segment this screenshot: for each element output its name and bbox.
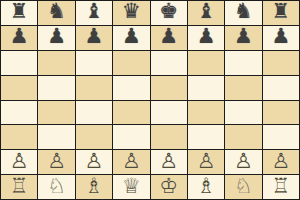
white-pawn[interactable]: ♙: [122, 151, 141, 172]
square-f7[interactable]: ♟: [188, 26, 224, 50]
square-h1[interactable]: ♖: [263, 175, 299, 199]
square-b5[interactable]: [38, 76, 74, 100]
square-h8[interactable]: ♜: [263, 1, 299, 25]
square-d1[interactable]: ♕: [113, 175, 149, 199]
square-a6[interactable]: [1, 51, 37, 75]
square-a1[interactable]: ♖: [1, 175, 37, 199]
white-bishop[interactable]: ♗: [85, 176, 104, 197]
square-h6[interactable]: [263, 51, 299, 75]
square-h5[interactable]: [263, 76, 299, 100]
square-f4[interactable]: [188, 101, 224, 125]
square-e6[interactable]: [151, 51, 187, 75]
square-c5[interactable]: [76, 76, 112, 100]
square-d8[interactable]: ♛: [113, 1, 149, 25]
square-a7[interactable]: ♟: [1, 26, 37, 50]
white-pawn[interactable]: ♙: [47, 151, 66, 172]
square-d3[interactable]: [113, 125, 149, 149]
square-c8[interactable]: ♝: [76, 1, 112, 25]
square-c7[interactable]: ♟: [76, 26, 112, 50]
white-queen[interactable]: ♕: [122, 176, 141, 197]
white-pawn[interactable]: ♙: [85, 151, 104, 172]
white-bishop[interactable]: ♗: [197, 176, 216, 197]
square-a3[interactable]: [1, 125, 37, 149]
white-rook[interactable]: ♖: [10, 176, 29, 197]
square-g5[interactable]: [225, 76, 261, 100]
black-rook[interactable]: ♜: [271, 1, 290, 22]
black-bishop[interactable]: ♝: [85, 1, 104, 22]
square-e7[interactable]: ♟: [151, 26, 187, 50]
square-h3[interactable]: [263, 125, 299, 149]
white-pawn[interactable]: ♙: [10, 151, 29, 172]
black-knight[interactable]: ♞: [234, 1, 253, 22]
square-g6[interactable]: [225, 51, 261, 75]
black-pawn[interactable]: ♟: [85, 26, 104, 47]
black-knight[interactable]: ♞: [47, 1, 66, 22]
square-b1[interactable]: ♘: [38, 175, 74, 199]
square-b2[interactable]: ♙: [38, 150, 74, 174]
square-b8[interactable]: ♞: [38, 1, 74, 25]
square-g7[interactable]: ♟: [225, 26, 261, 50]
square-g2[interactable]: ♙: [225, 150, 261, 174]
square-d5[interactable]: [113, 76, 149, 100]
square-e4[interactable]: [151, 101, 187, 125]
square-e2[interactable]: ♙: [151, 150, 187, 174]
square-h7[interactable]: ♟: [263, 26, 299, 50]
black-pawn[interactable]: ♟: [197, 26, 216, 47]
black-pawn[interactable]: ♟: [10, 26, 29, 47]
white-knight[interactable]: ♘: [234, 176, 253, 197]
square-e5[interactable]: [151, 76, 187, 100]
square-d6[interactable]: [113, 51, 149, 75]
square-g1[interactable]: ♘: [225, 175, 261, 199]
square-c1[interactable]: ♗: [76, 175, 112, 199]
white-pawn[interactable]: ♙: [197, 151, 216, 172]
black-king[interactable]: ♚: [159, 1, 178, 22]
square-f1[interactable]: ♗: [188, 175, 224, 199]
square-d2[interactable]: ♙: [113, 150, 149, 174]
black-rook[interactable]: ♜: [10, 1, 29, 22]
white-pawn[interactable]: ♙: [159, 151, 178, 172]
square-g3[interactable]: [225, 125, 261, 149]
white-knight[interactable]: ♘: [47, 176, 66, 197]
square-c6[interactable]: [76, 51, 112, 75]
square-h4[interactable]: [263, 101, 299, 125]
square-b3[interactable]: [38, 125, 74, 149]
black-queen[interactable]: ♛: [122, 1, 141, 22]
square-d4[interactable]: [113, 101, 149, 125]
square-c4[interactable]: [76, 101, 112, 125]
square-e1[interactable]: ♔: [151, 175, 187, 199]
square-a5[interactable]: [1, 76, 37, 100]
black-pawn[interactable]: ♟: [159, 26, 178, 47]
black-pawn[interactable]: ♟: [47, 26, 66, 47]
square-f2[interactable]: ♙: [188, 150, 224, 174]
white-pawn[interactable]: ♙: [234, 151, 253, 172]
square-d7[interactable]: ♟: [113, 26, 149, 50]
black-pawn[interactable]: ♟: [271, 26, 290, 47]
white-rook[interactable]: ♖: [271, 176, 290, 197]
square-f3[interactable]: [188, 125, 224, 149]
square-h2[interactable]: ♙: [263, 150, 299, 174]
square-g8[interactable]: ♞: [225, 1, 261, 25]
square-a4[interactable]: [1, 101, 37, 125]
square-f5[interactable]: [188, 76, 224, 100]
square-f8[interactable]: ♝: [188, 1, 224, 25]
black-pawn[interactable]: ♟: [122, 26, 141, 47]
square-c3[interactable]: [76, 125, 112, 149]
square-f6[interactable]: [188, 51, 224, 75]
square-c2[interactable]: ♙: [76, 150, 112, 174]
black-pawn[interactable]: ♟: [234, 26, 253, 47]
chess-board: ♜♞♝♛♚♝♞♜♟♟♟♟♟♟♟♟♙♙♙♙♙♙♙♙♖♘♗♕♔♗♘♖: [0, 0, 300, 200]
white-king[interactable]: ♔: [159, 176, 178, 197]
square-b6[interactable]: [38, 51, 74, 75]
square-g4[interactable]: [225, 101, 261, 125]
white-pawn[interactable]: ♙: [271, 151, 290, 172]
square-b7[interactable]: ♟: [38, 26, 74, 50]
square-b4[interactable]: [38, 101, 74, 125]
black-bishop[interactable]: ♝: [197, 1, 216, 22]
square-e3[interactable]: [151, 125, 187, 149]
square-a2[interactable]: ♙: [1, 150, 37, 174]
square-e8[interactable]: ♚: [151, 1, 187, 25]
square-a8[interactable]: ♜: [1, 1, 37, 25]
